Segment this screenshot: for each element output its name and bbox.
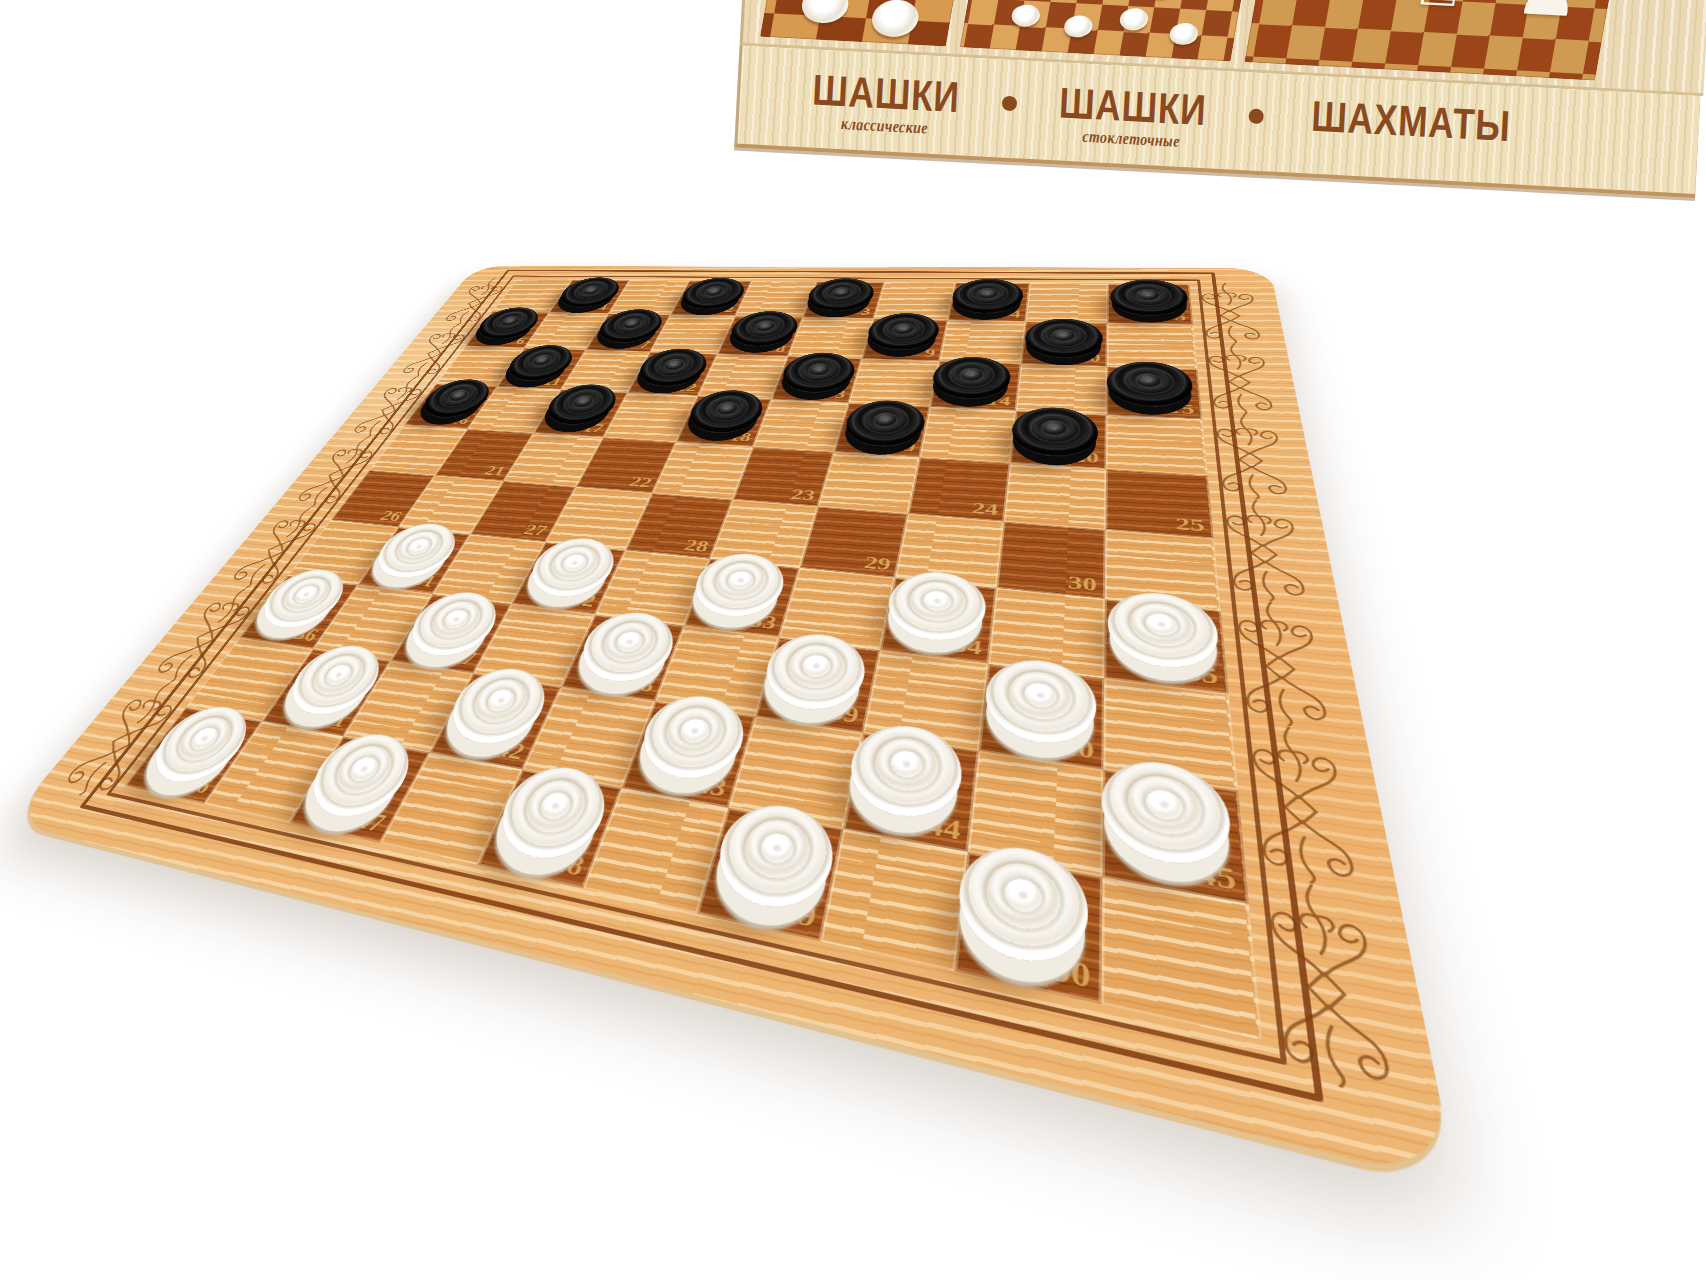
product-box: ♞♜♟♝♛♟ ШАШКИ классические ШАШКИ стоклето… <box>734 0 1706 198</box>
square-45[interactable]: 45 <box>1102 770 1249 904</box>
white-chess-photo-piece: ♝ <box>1277 0 1354 3</box>
square-number: 8 <box>774 342 788 354</box>
light-square <box>1106 415 1208 475</box>
square-19[interactable]: 19 <box>834 403 930 457</box>
chess-pieces-photo: ♞♜♟♝♛♟ <box>1244 0 1632 80</box>
square-number: 9 <box>923 346 936 359</box>
white-man-square-45[interactable] <box>1101 754 1234 874</box>
black-man-square-6[interactable] <box>470 307 547 340</box>
square-15[interactable]: 15 <box>1106 367 1202 420</box>
box-subtitle: стоклеточные <box>1082 127 1180 152</box>
square-number: 27 <box>521 520 551 539</box>
box-title: ШАХМАТЫ <box>1310 96 1511 147</box>
game-board-mat: 1234567891011121314151617181920212223242… <box>8 266 1458 1186</box>
square-42[interactable]: 42 <box>430 673 561 769</box>
square-41[interactable]: 41 <box>262 649 391 737</box>
square-36[interactable]: 36 <box>240 576 358 649</box>
square-3[interactable]: 3 <box>803 282 885 319</box>
white-chess-photo-piece: ♟ <box>1511 0 1588 27</box>
square-1[interactable]: 1 <box>549 280 629 314</box>
square-4[interactable]: 4 <box>948 283 1030 322</box>
black-man-square-16[interactable] <box>414 378 499 419</box>
light-square <box>753 399 849 452</box>
square-21[interactable]: 21 <box>435 429 534 481</box>
square-number: 24 <box>971 499 999 519</box>
square-13[interactable]: 13 <box>771 356 861 403</box>
white-man-square-41[interactable] <box>276 641 394 720</box>
square-number: 5 <box>1174 310 1187 323</box>
square-number: 23 <box>789 485 817 504</box>
light-square <box>920 407 1016 463</box>
light-square <box>603 393 698 442</box>
square-12[interactable]: 12 <box>628 352 718 396</box>
white-man-square-33[interactable] <box>686 550 792 621</box>
white-man-square-38[interactable] <box>571 608 684 687</box>
square-39[interactable]: 39 <box>755 637 880 733</box>
square-28[interactable]: 28 <box>625 493 732 559</box>
square-number: 6 <box>513 335 529 346</box>
light-square <box>650 315 735 354</box>
square-number: 7 <box>637 339 652 351</box>
white-man-square-49[interactable] <box>707 797 841 918</box>
square-32[interactable]: 32 <box>512 542 626 614</box>
white-man-square-37[interactable] <box>398 588 509 660</box>
classic-checkers-photo <box>760 0 983 46</box>
light-square <box>583 788 728 914</box>
square-26[interactable]: 26 <box>331 470 435 527</box>
square-9[interactable]: 9 <box>862 319 948 362</box>
hundred-square-checkers-photo <box>959 0 1267 61</box>
white-checker-photo-piece <box>799 0 851 24</box>
square-49[interactable]: 49 <box>697 808 843 942</box>
checkers-board-10x10: 1234567891011121314151617181920212223242… <box>125 280 1262 1040</box>
square-50[interactable]: 50 <box>955 852 1103 1004</box>
light-square <box>849 359 940 407</box>
light-square <box>1101 877 1262 1040</box>
square-22[interactable]: 22 <box>576 437 676 493</box>
play-area-frame: 1234567891011121314151617181920212223242… <box>125 280 1262 1040</box>
white-man-square-32[interactable] <box>520 535 625 601</box>
box-label-checkers-100: ШАШКИ стоклеточные <box>1057 83 1207 153</box>
square-37[interactable]: 37 <box>391 594 512 673</box>
separator-dot-icon <box>1002 95 1018 111</box>
white-checker-photo-piece <box>1062 15 1094 38</box>
light-square <box>1026 283 1108 323</box>
square-38[interactable]: 38 <box>561 614 684 701</box>
square-number: 22 <box>627 473 655 491</box>
black-man-square-7[interactable] <box>591 309 669 344</box>
square-18[interactable]: 18 <box>676 396 771 447</box>
square-48[interactable]: 48 <box>478 770 622 889</box>
separator-dot-icon <box>1248 108 1264 124</box>
box-subtitle: классические <box>841 114 929 139</box>
square-2[interactable]: 2 <box>671 281 752 316</box>
square-number: 45 <box>1195 855 1237 898</box>
square-8[interactable]: 8 <box>717 316 802 356</box>
light-square <box>1004 463 1106 530</box>
square-number: 44 <box>925 809 963 847</box>
white-man-square-36[interactable] <box>249 566 357 632</box>
square-14[interactable]: 14 <box>930 361 1021 410</box>
white-checker-photo-piece <box>1167 22 1199 45</box>
black-man-square-1[interactable] <box>553 277 627 308</box>
white-checker-photo-piece <box>869 0 921 38</box>
black-man-square-18[interactable] <box>682 389 769 435</box>
black-man-square-2[interactable] <box>675 278 750 310</box>
square-16[interactable]: 16 <box>404 384 497 429</box>
square-number: 30 <box>1067 571 1097 596</box>
square-number: 21 <box>481 462 509 478</box>
square-31[interactable]: 31 <box>358 527 470 594</box>
black-man-square-9[interactable] <box>863 313 942 352</box>
light-square <box>369 425 467 476</box>
light-square <box>818 452 920 514</box>
square-35[interactable]: 35 <box>1104 599 1229 694</box>
square-17[interactable]: 17 <box>534 389 628 437</box>
white-man-square-42[interactable] <box>438 663 558 750</box>
black-man-square-17[interactable] <box>538 383 624 426</box>
square-29[interactable]: 29 <box>800 507 908 578</box>
square-23[interactable]: 23 <box>733 447 834 507</box>
square-7[interactable]: 7 <box>586 314 671 352</box>
white-man-square-46[interactable] <box>137 701 263 789</box>
square-number: 25 <box>1175 514 1206 536</box>
black-man-square-11[interactable] <box>499 344 581 382</box>
square-34[interactable]: 34 <box>880 578 996 664</box>
white-chess-photo-piece: ♛ <box>1399 0 1485 20</box>
box-title: ШАШКИ <box>812 70 961 118</box>
square-number: 29 <box>863 552 893 574</box>
square-27[interactable]: 27 <box>470 481 576 542</box>
square-47[interactable]: 47 <box>289 736 430 843</box>
white-man-square-44[interactable] <box>843 719 967 825</box>
square-6[interactable]: 6 <box>466 311 550 347</box>
square-10[interactable]: 10 <box>1021 322 1107 367</box>
product-photo-page: { "game": { "name": "Шашки стоклеточные … <box>0 0 1706 1280</box>
box-label-checkers-classic: ШАШКИ классические <box>811 70 961 140</box>
box-title: ШАШКИ <box>1058 83 1207 131</box>
white-man-square-48[interactable] <box>486 760 618 867</box>
square-number: 4 <box>1010 308 1022 320</box>
square-20[interactable]: 20 <box>1010 411 1106 469</box>
white-man-square-31[interactable] <box>365 521 468 582</box>
black-man-square-12[interactable] <box>631 348 714 388</box>
white-checker-photo-piece <box>1118 8 1150 31</box>
light-square <box>652 442 753 500</box>
square-number: 28 <box>682 535 712 556</box>
square-33[interactable]: 33 <box>684 559 799 638</box>
white-man-square-47[interactable] <box>296 728 425 825</box>
square-11[interactable]: 11 <box>497 348 586 390</box>
black-man-square-8[interactable] <box>725 311 804 348</box>
square-43[interactable]: 43 <box>622 701 756 807</box>
square-30[interactable]: 30 <box>997 522 1106 599</box>
light-square <box>820 829 967 971</box>
square-25[interactable]: 25 <box>1105 469 1213 539</box>
white-checker-photo-piece <box>1009 4 1041 27</box>
square-number: 26 <box>376 507 406 525</box>
box-label-chess: ШАХМАТЫ <box>1310 96 1511 149</box>
square-40[interactable]: 40 <box>979 664 1104 770</box>
square-44[interactable]: 44 <box>843 733 978 852</box>
light-square <box>503 433 603 487</box>
square-number: 3 <box>859 306 872 317</box>
square-5[interactable]: 5 <box>1107 284 1193 325</box>
white-man-square-43[interactable] <box>631 690 753 786</box>
square-24[interactable]: 24 <box>908 457 1010 521</box>
